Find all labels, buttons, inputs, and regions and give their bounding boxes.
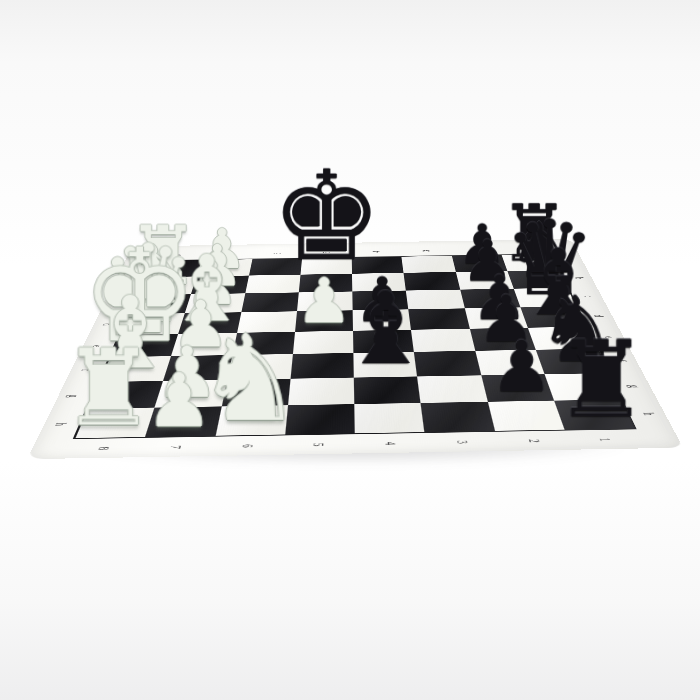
rank-label: 4 [367, 244, 387, 260]
rank-label: 5 [317, 245, 336, 261]
rook-glyph: ♜ [553, 332, 647, 427]
rook-glyph: ♜ [62, 341, 156, 436]
knight-glyph: ♞ [196, 325, 303, 433]
vinyl-roll-up-mat: 87654321 87654321 abcdefgh abcdefgh ♟♚♟♜… [27, 239, 683, 459]
bishop-glyph: ♝ [341, 285, 431, 375]
pawn-glyph: ♟ [490, 335, 553, 398]
rank-label: 7 [216, 247, 239, 263]
rank-label: 3 [416, 243, 438, 259]
perspective-scene: 87654321 87654321 abcdefgh abcdefgh ♟♚♟♜… [0, 0, 700, 700]
rank-label: 6 [266, 246, 287, 262]
file-label: a [543, 257, 598, 265]
chess-set-photo: 87654321 87654321 abcdefgh abcdefgh ♟♚♟♜… [0, 0, 700, 700]
pieces-layer: ♟♚♟♜♜♟♟♞♞♟♛♛♝♟♟♟♝♚♟♟♝♝♞♟♟♜♟♞♜ [73, 253, 637, 439]
